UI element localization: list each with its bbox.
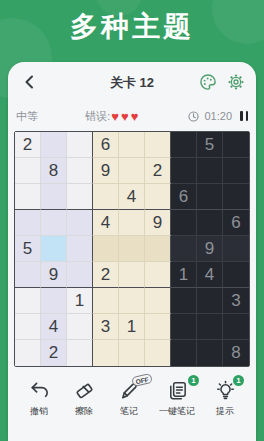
cell-r2c2[interactable]: 8 <box>41 158 67 184</box>
undo-button[interactable]: 撤销 <box>24 379 54 418</box>
sudoku-board: 265892464965992141343128 <box>14 131 250 367</box>
cell-r9c3[interactable] <box>67 340 93 366</box>
cell-r2c3[interactable] <box>67 158 93 184</box>
cell-r8c6[interactable] <box>145 314 171 340</box>
cell-r1c5[interactable] <box>119 132 145 158</box>
cell-r4c3[interactable] <box>67 210 93 236</box>
cell-r1c3[interactable] <box>67 132 93 158</box>
errors-label: 错误: <box>85 109 110 124</box>
cell-r3c5[interactable]: 4 <box>119 184 145 210</box>
cell-r2c8[interactable] <box>197 158 223 184</box>
difficulty-label: 中等 <box>16 109 38 124</box>
cell-r9c9[interactable]: 8 <box>223 340 249 366</box>
cell-r6c1[interactable] <box>15 262 41 288</box>
erase-button[interactable]: 擦除 <box>69 379 99 418</box>
cell-r9c1[interactable] <box>15 340 41 366</box>
game-card: 关卡 12 <box>8 62 256 441</box>
pause-button[interactable] <box>240 111 248 121</box>
cell-r5c3[interactable] <box>67 236 93 262</box>
cell-r2c4[interactable]: 9 <box>93 158 119 184</box>
cell-r2c6[interactable]: 2 <box>145 158 171 184</box>
cell-r3c7[interactable]: 6 <box>171 184 197 210</box>
top-bar: 关卡 12 <box>8 62 256 102</box>
cell-r8c4[interactable]: 3 <box>93 314 119 340</box>
theme-palette-icon[interactable] <box>198 72 218 92</box>
cell-r3c9[interactable] <box>223 184 249 210</box>
cell-r3c4[interactable] <box>93 184 119 210</box>
cell-r1c8[interactable]: 5 <box>197 132 223 158</box>
cell-r9c7[interactable] <box>171 340 197 366</box>
cell-r6c8[interactable]: 4 <box>197 262 223 288</box>
cell-r5c8[interactable]: 9 <box>197 236 223 262</box>
cell-r3c3[interactable] <box>67 184 93 210</box>
cell-r4c6[interactable]: 9 <box>145 210 171 236</box>
cell-r5c7[interactable] <box>171 236 197 262</box>
cell-r4c8[interactable] <box>197 210 223 236</box>
cell-r6c7[interactable]: 1 <box>171 262 197 288</box>
auto-notes-button[interactable]: 1 一键笔记 <box>159 379 195 418</box>
cell-r8c7[interactable] <box>171 314 197 340</box>
cell-r5c1[interactable]: 5 <box>15 236 41 262</box>
notes-off-badge: OFF <box>131 373 153 387</box>
eraser-icon <box>73 379 96 402</box>
cell-r4c1[interactable] <box>15 210 41 236</box>
cell-r5c9[interactable] <box>223 236 249 262</box>
notes-button[interactable]: OFF 笔记 <box>114 379 144 418</box>
cell-r9c4[interactable] <box>93 340 119 366</box>
auto-notes-icon <box>166 379 189 402</box>
cell-r7c9[interactable]: 3 <box>223 288 249 314</box>
cell-r1c4[interactable]: 6 <box>93 132 119 158</box>
cell-r8c1[interactable] <box>15 314 41 340</box>
cell-r1c2[interactable] <box>41 132 67 158</box>
cell-r2c7[interactable] <box>171 158 197 184</box>
cell-r1c1[interactable]: 2 <box>15 132 41 158</box>
cell-r4c4[interactable]: 4 <box>93 210 119 236</box>
cell-r9c5[interactable] <box>119 340 145 366</box>
cell-r7c2[interactable] <box>41 288 67 314</box>
settings-gear-icon[interactable] <box>226 72 246 92</box>
cell-r3c1[interactable] <box>15 184 41 210</box>
toolbar: 撤销 擦除 OFF 笔记 1 <box>8 379 256 418</box>
auto-notes-count-badge: 1 <box>188 375 199 386</box>
status-bar: 中等 错误: ♥♥♥ 01:20 <box>8 104 256 128</box>
cell-r5c6[interactable] <box>145 236 171 262</box>
cell-r5c4[interactable] <box>93 236 119 262</box>
cell-r7c1[interactable] <box>15 288 41 314</box>
cell-r6c9[interactable] <box>223 262 249 288</box>
cell-r6c2[interactable]: 9 <box>41 262 67 288</box>
cell-r1c9[interactable] <box>223 132 249 158</box>
cell-r7c3[interactable]: 1 <box>67 288 93 314</box>
cell-r7c6[interactable] <box>145 288 171 314</box>
cell-r3c2[interactable] <box>41 184 67 210</box>
time-value: 01:20 <box>204 110 232 122</box>
cell-r6c3[interactable] <box>67 262 93 288</box>
promo-header-title: 多种主题 <box>0 8 264 46</box>
cell-r9c2[interactable]: 2 <box>41 340 67 366</box>
cell-r8c5[interactable]: 1 <box>119 314 145 340</box>
cell-r1c7[interactable] <box>171 132 197 158</box>
cell-r6c6[interactable] <box>145 262 171 288</box>
cell-r9c8[interactable] <box>197 340 223 366</box>
hint-button[interactable]: 1 提示 <box>210 379 240 418</box>
cell-r7c7[interactable] <box>171 288 197 314</box>
cell-r4c5[interactable] <box>119 210 145 236</box>
undo-icon <box>28 379 51 402</box>
cell-r3c6[interactable] <box>145 184 171 210</box>
cell-r6c5[interactable] <box>119 262 145 288</box>
cell-r8c3[interactable] <box>67 314 93 340</box>
cell-r8c9[interactable] <box>223 314 249 340</box>
hearts-lives: ♥♥♥ <box>111 110 140 123</box>
hint-count-badge: 1 <box>233 375 244 386</box>
cell-r8c2[interactable]: 4 <box>41 314 67 340</box>
timer: 01:20 <box>187 110 248 123</box>
cell-r7c8[interactable] <box>197 288 223 314</box>
cell-r4c9[interactable]: 6 <box>223 210 249 236</box>
cell-r4c2[interactable] <box>41 210 67 236</box>
cell-r5c2[interactable] <box>41 236 67 262</box>
cell-r5c5[interactable] <box>119 236 145 262</box>
cell-r3c8[interactable] <box>197 184 223 210</box>
cell-r8c8[interactable] <box>197 314 223 340</box>
errors-indicator: 错误: ♥♥♥ <box>85 109 140 124</box>
clock-icon <box>187 110 200 123</box>
cell-r4c7[interactable] <box>171 210 197 236</box>
cell-r2c1[interactable] <box>15 158 41 184</box>
cell-r2c9[interactable] <box>223 158 249 184</box>
cell-r7c4[interactable] <box>93 288 119 314</box>
cell-r1c6[interactable] <box>145 132 171 158</box>
cell-r2c5[interactable] <box>119 158 145 184</box>
cell-r7c5[interactable] <box>119 288 145 314</box>
cell-r6c4[interactable]: 2 <box>93 262 119 288</box>
cell-r9c6[interactable] <box>145 340 171 366</box>
